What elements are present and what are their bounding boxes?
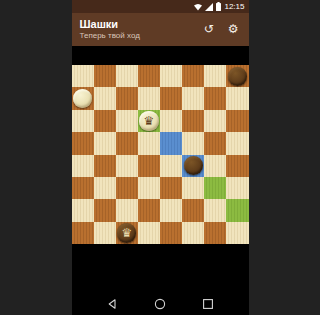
square-g8 bbox=[204, 65, 226, 87]
square-e8 bbox=[160, 65, 182, 87]
square-d1 bbox=[138, 222, 160, 244]
square-h8[interactable] bbox=[226, 65, 248, 87]
square-g4 bbox=[204, 155, 226, 177]
square-b4[interactable] bbox=[94, 155, 116, 177]
square-f5 bbox=[182, 132, 204, 154]
square-a8 bbox=[72, 65, 94, 87]
square-g7[interactable] bbox=[204, 87, 226, 109]
square-c1[interactable]: ♛ bbox=[116, 222, 138, 244]
square-b6[interactable] bbox=[94, 110, 116, 132]
crown-icon: ♛ bbox=[121, 227, 132, 239]
android-nav-bar bbox=[72, 293, 249, 315]
black-man-h8[interactable] bbox=[228, 67, 247, 86]
square-f8[interactable] bbox=[182, 65, 204, 87]
square-c8 bbox=[116, 65, 138, 87]
square-f3 bbox=[182, 177, 204, 199]
square-a4 bbox=[72, 155, 94, 177]
square-h1 bbox=[226, 222, 248, 244]
square-e2 bbox=[160, 199, 182, 221]
square-f1 bbox=[182, 222, 204, 244]
app-bar-actions: ↺ ⚙ bbox=[204, 13, 243, 46]
square-g6 bbox=[204, 110, 226, 132]
square-d3 bbox=[138, 177, 160, 199]
square-f4[interactable] bbox=[182, 155, 204, 177]
status-bar: 12:15 bbox=[72, 0, 249, 13]
square-f6[interactable] bbox=[182, 110, 204, 132]
square-h6[interactable] bbox=[226, 110, 248, 132]
square-d8[interactable] bbox=[138, 65, 160, 87]
app-bar: Шашки Теперь твой ход ↺ ⚙ bbox=[72, 13, 249, 46]
square-c4 bbox=[116, 155, 138, 177]
wifi-icon bbox=[194, 3, 202, 11]
page-title: Шашки bbox=[80, 18, 204, 31]
black-king-c1[interactable]: ♛ bbox=[117, 223, 136, 242]
settings-gear-icon[interactable]: ⚙ bbox=[228, 13, 239, 46]
square-h2[interactable] bbox=[226, 199, 248, 221]
square-c7[interactable] bbox=[116, 87, 138, 109]
square-a3[interactable] bbox=[72, 177, 94, 199]
square-e6 bbox=[160, 110, 182, 132]
square-h7 bbox=[226, 87, 248, 109]
app-screen: 12:15 Шашки Теперь твой ход ↺ ⚙ ♛♛ bbox=[72, 0, 249, 315]
home-button-icon[interactable] bbox=[154, 298, 166, 310]
battery-icon bbox=[216, 2, 221, 11]
square-e7[interactable] bbox=[160, 87, 182, 109]
square-g1[interactable] bbox=[204, 222, 226, 244]
square-g5[interactable] bbox=[204, 132, 226, 154]
square-e3[interactable] bbox=[160, 177, 182, 199]
square-e1[interactable] bbox=[160, 222, 182, 244]
square-h5 bbox=[226, 132, 248, 154]
black-man-f4[interactable] bbox=[184, 156, 203, 175]
square-b8[interactable] bbox=[94, 65, 116, 87]
square-d4[interactable] bbox=[138, 155, 160, 177]
square-c5[interactable] bbox=[116, 132, 138, 154]
undo-icon[interactable]: ↺ bbox=[204, 13, 214, 46]
square-h4[interactable] bbox=[226, 155, 248, 177]
square-a7[interactable] bbox=[72, 87, 94, 109]
crown-icon: ♛ bbox=[144, 115, 155, 127]
square-d5 bbox=[138, 132, 160, 154]
square-g3[interactable] bbox=[204, 177, 226, 199]
recents-button-icon[interactable] bbox=[202, 298, 214, 310]
turn-status-text: Теперь твой ход bbox=[80, 31, 204, 41]
square-e4 bbox=[160, 155, 182, 177]
square-e5[interactable] bbox=[160, 132, 182, 154]
square-a2 bbox=[72, 199, 94, 221]
square-b2[interactable] bbox=[94, 199, 116, 221]
clock-time: 12:15 bbox=[224, 0, 244, 13]
square-a5[interactable] bbox=[72, 132, 94, 154]
square-d6[interactable]: ♛ bbox=[138, 110, 160, 132]
square-d7 bbox=[138, 87, 160, 109]
square-a6 bbox=[72, 110, 94, 132]
square-d2[interactable] bbox=[138, 199, 160, 221]
square-b3 bbox=[94, 177, 116, 199]
square-f2[interactable] bbox=[182, 199, 204, 221]
square-b1 bbox=[94, 222, 116, 244]
white-king-d6[interactable]: ♛ bbox=[139, 111, 158, 130]
signal-icon bbox=[205, 3, 213, 11]
white-man-a7[interactable] bbox=[73, 89, 92, 108]
square-c3[interactable] bbox=[116, 177, 138, 199]
checkers-board: ♛♛ bbox=[72, 65, 249, 244]
square-f7 bbox=[182, 87, 204, 109]
square-b7 bbox=[94, 87, 116, 109]
square-c2 bbox=[116, 199, 138, 221]
square-b5 bbox=[94, 132, 116, 154]
square-c6 bbox=[116, 110, 138, 132]
square-a1[interactable] bbox=[72, 222, 94, 244]
back-button-icon[interactable] bbox=[106, 298, 118, 310]
app-bar-titles: Шашки Теперь твой ход bbox=[80, 18, 204, 41]
square-g2 bbox=[204, 199, 226, 221]
square-h3 bbox=[226, 177, 248, 199]
